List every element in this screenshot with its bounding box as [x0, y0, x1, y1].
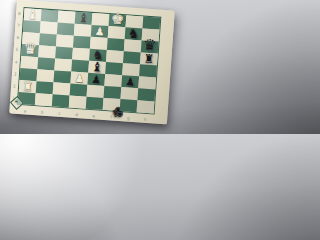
chess-mat: ♝♝♚♟♞♛♛♞♜♝♟♟♟♜♚ abcdefgh 87654321 ✶ [9, 0, 175, 124]
file-label-c: c [51, 110, 69, 116]
square-g1[interactable] [120, 99, 138, 112]
piece-white-bishop[interactable]: ♝ [26, 7, 39, 21]
piece-black-pawn[interactable]: ♟ [125, 76, 136, 88]
piece-white-pawn[interactable]: ♟ [94, 26, 105, 38]
square-h1[interactable] [137, 100, 155, 113]
piece-white-pawn[interactable]: ♟ [74, 73, 85, 85]
file-label-h: h [137, 116, 155, 122]
rank-label-8: 8 [18, 7, 21, 19]
piece-black-rook[interactable]: ♜ [143, 53, 155, 66]
photo-background: ♝♝♚♟♞♛♛♞♜♝♟♟♟♜♚ abcdefgh 87654321 ✶ [0, 0, 200, 134]
piece-white-queen[interactable]: ♛ [23, 41, 37, 57]
piece-white-king[interactable]: ♚ [110, 11, 124, 27]
piece-white-rook[interactable]: ♜ [22, 80, 34, 93]
square-e1[interactable] [86, 97, 104, 110]
rank-label-5: 5 [15, 43, 18, 55]
piece-black-knight[interactable]: ♞ [127, 26, 140, 40]
file-label-f: f [102, 114, 120, 120]
chess-board[interactable]: ♝♝♚♟♞♛♛♞♜♝♟♟♟♜♚ [18, 8, 160, 113]
rank-label-2: 2 [13, 80, 16, 92]
rank-label-4: 4 [14, 56, 17, 68]
rank-label-3: 3 [14, 68, 17, 80]
piece-black-bishop[interactable]: ♝ [77, 11, 90, 25]
file-label-e: e [85, 113, 103, 119]
board-frame: ♝♝♚♟♞♛♛♞♜♝♟♟♟♜♚ [17, 7, 161, 114]
rank-label-7: 7 [17, 19, 20, 31]
piece-black-bishop[interactable]: ♝ [91, 60, 104, 74]
square-c1[interactable] [52, 94, 70, 107]
square-d1[interactable] [69, 96, 87, 109]
piece-black-pawn[interactable]: ♟ [91, 74, 102, 86]
square-f1[interactable]: ♚ [103, 98, 121, 111]
file-label-b: b [33, 109, 51, 115]
square-b1[interactable] [35, 93, 53, 106]
rank-label-6: 6 [16, 31, 19, 43]
file-label-g: g [120, 115, 138, 121]
file-label-d: d [68, 111, 86, 117]
compass-diamond-icon: ✶ [10, 95, 24, 109]
